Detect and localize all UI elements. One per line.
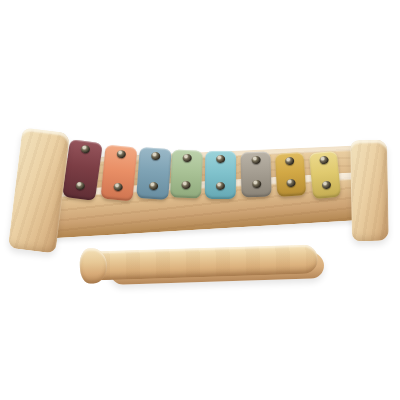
mallets: [79, 238, 327, 298]
screw-icon: [321, 181, 331, 190]
xylophone-bar-sky-blue: [205, 151, 236, 199]
screw-icon: [216, 155, 225, 163]
screw-icon: [181, 181, 190, 189]
screw-icon: [75, 181, 85, 190]
screw-icon: [319, 156, 329, 165]
screw-icon: [216, 182, 225, 190]
screw-icon: [148, 182, 158, 191]
xylophone-right-end-block: [350, 140, 389, 242]
product-photo-scene: [0, 0, 400, 400]
screw-icon: [286, 179, 295, 188]
screw-icon: [252, 180, 261, 188]
xylophone-bar-pale-yellow: [309, 151, 341, 199]
xylophone-bar-sage-green: [170, 149, 203, 198]
screw-icon: [251, 156, 260, 164]
screw-icon: [183, 154, 192, 162]
screw-icon: [113, 183, 123, 192]
screw-icon: [80, 145, 90, 154]
xylophone-bar-coral: [100, 145, 137, 202]
xylophone-bar-mustard-gold: [275, 152, 307, 197]
xylophone-bar-slate-blue: [136, 147, 171, 200]
screw-icon: [150, 152, 160, 161]
screw-icon: [285, 157, 294, 166]
xylophone-bar-warm-grey: [240, 152, 271, 198]
screw-icon: [116, 150, 126, 159]
